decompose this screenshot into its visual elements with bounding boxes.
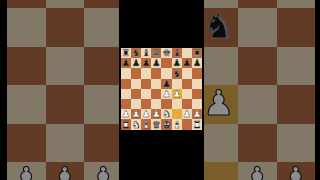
backdrop-square-a3 [7, 124, 46, 163]
square-a1[interactable]: ♜ [121, 119, 131, 129]
white-pawn-icon: ♟ [162, 89, 171, 99]
chess-board: ♜♞♝♛♚♝♜♟♟♟♟♟♟♟♞♟♟♟♟♟♟♟♞♟♟♜♞♝♛♚♝♜ [121, 48, 203, 130]
black-rook-icon: ♜ [193, 48, 202, 58]
square-h6[interactable] [192, 68, 202, 78]
square-c1[interactable]: ♝ [141, 119, 151, 129]
black-knight-icon: ♞ [172, 68, 181, 78]
square-h4[interactable] [192, 89, 202, 99]
square-c5[interactable] [141, 79, 151, 89]
white-pawn-icon: ♟ [193, 109, 202, 119]
backdrop-white-pawn-icon: ♟ [49, 163, 80, 180]
white-king-icon: ♚ [162, 119, 171, 129]
square-b4[interactable] [131, 89, 141, 99]
backdrop-square-b5 [46, 47, 85, 86]
backdrop-square-a4 [7, 85, 46, 124]
square-d5[interactable] [151, 79, 161, 89]
backdrop-black-knight-icon: ♞ [203, 9, 234, 44]
backdrop-black-pawn-icon: ♟ [280, 0, 311, 6]
square-c4[interactable] [141, 89, 151, 99]
square-c6[interactable] [141, 68, 151, 78]
square-b1[interactable]: ♞ [131, 119, 141, 129]
backdrop-square-a7: ♟ [7, 0, 46, 8]
black-pawn-icon: ♟ [183, 58, 192, 68]
square-f6[interactable]: ♞ [172, 68, 182, 78]
backdrop-square-g4 [238, 85, 277, 124]
backdrop-square-g2: ♟ [238, 162, 277, 180]
square-g6[interactable] [182, 68, 192, 78]
square-a5[interactable] [121, 79, 131, 89]
backdrop-black-pawn-icon: ♟ [88, 0, 119, 6]
backdrop-square-a5 [7, 47, 46, 86]
backdrop-black-pawn-icon: ♟ [49, 0, 80, 6]
black-knight-icon: ♞ [132, 48, 141, 58]
square-h5[interactable] [192, 79, 202, 89]
backdrop-square-a2: ♟ [7, 162, 46, 180]
black-bishop-icon: ♝ [172, 48, 181, 58]
backdrop-square-g6 [238, 8, 277, 47]
backdrop-square-c7: ♟ [84, 0, 123, 8]
white-pawn-icon: ♟ [183, 109, 192, 119]
backdrop-square-h2: ♟ [277, 162, 316, 180]
backdrop-square-g5 [238, 47, 277, 86]
backdrop-square-f2 [200, 162, 239, 180]
backdrop-black-pawn-icon: ♟ [242, 0, 273, 6]
square-g7[interactable]: ♟ [182, 58, 192, 68]
backdrop-square-f3 [200, 124, 239, 163]
square-e1[interactable]: ♚ [161, 119, 171, 129]
black-pawn-icon: ♟ [121, 58, 130, 68]
white-pawn-icon: ♟ [132, 109, 141, 119]
backdrop-square-b6 [46, 8, 85, 47]
black-pawn-icon: ♟ [132, 58, 141, 68]
white-bishop-icon: ♝ [142, 119, 151, 129]
backdrop-square-h5 [277, 47, 316, 86]
backdrop-square-b2: ♟ [46, 162, 85, 180]
backdrop-square-f5 [200, 47, 239, 86]
white-pawn-icon: ♟ [152, 109, 161, 119]
square-a4[interactable] [121, 89, 131, 99]
backdrop-black-pawn-icon: ♟ [11, 0, 42, 6]
black-rook-icon: ♜ [121, 48, 130, 58]
backdrop-square-f6: ♞ [200, 8, 239, 47]
backdrop-square-b4 [46, 85, 85, 124]
square-d6[interactable] [151, 68, 161, 78]
square-b6[interactable] [131, 68, 141, 78]
square-e7[interactable] [161, 58, 171, 68]
white-pawn-icon: ♟ [142, 109, 151, 119]
square-g1[interactable] [182, 119, 192, 129]
black-pawn-icon: ♟ [162, 79, 171, 89]
square-g5[interactable] [182, 79, 192, 89]
black-queen-icon: ♛ [152, 48, 161, 58]
square-a7[interactable]: ♟ [121, 58, 131, 68]
backdrop-square-h4 [277, 85, 316, 124]
black-pawn-icon: ♟ [193, 58, 202, 68]
backdrop-square-h3 [277, 124, 316, 163]
backdrop-white-pawn-icon: ♟ [280, 163, 311, 180]
square-b5[interactable] [131, 79, 141, 89]
backdrop-white-pawn-icon: ♟ [203, 86, 234, 121]
white-knight-icon: ♞ [132, 119, 141, 129]
backdrop-white-pawn-icon: ♟ [88, 163, 119, 180]
backdrop-square-g3 [238, 124, 277, 163]
square-e4[interactable]: ♟ [161, 89, 171, 99]
square-b7[interactable]: ♟ [131, 58, 141, 68]
backdrop-white-pawn-icon: ♟ [11, 163, 42, 180]
backdrop-square-b3 [46, 124, 85, 163]
white-bishop-icon: ♝ [172, 119, 181, 129]
square-f3[interactable] [172, 99, 182, 109]
square-f4[interactable]: ♟ [172, 89, 182, 99]
backdrop-square-h7: ♟ [277, 0, 316, 8]
backdrop-square-b7: ♟ [46, 0, 85, 8]
square-h1[interactable]: ♜ [192, 119, 202, 129]
square-d1[interactable]: ♛ [151, 119, 161, 129]
backdrop-white-pawn-icon: ♟ [242, 163, 273, 180]
black-pawn-icon: ♟ [142, 58, 151, 68]
black-bishop-icon: ♝ [142, 48, 151, 58]
backdrop-square-c3 [84, 124, 123, 163]
black-king-icon: ♚ [162, 48, 171, 58]
black-pawn-icon: ♟ [172, 58, 181, 68]
backdrop-square-c4 [84, 85, 123, 124]
backdrop-black-pawn-icon: ♟ [203, 0, 234, 6]
backdrop-square-g7: ♟ [238, 0, 277, 8]
square-g2[interactable]: ♟ [182, 109, 192, 119]
backdrop-square-a6 [7, 8, 46, 47]
square-a6[interactable] [121, 68, 131, 78]
white-queen-icon: ♛ [152, 119, 161, 129]
backdrop-square-h6 [277, 8, 316, 47]
backdrop-square-c2: ♟ [84, 162, 123, 180]
white-knight-icon: ♞ [162, 109, 171, 119]
backdrop-square-c5 [84, 47, 123, 86]
square-f1[interactable]: ♝ [172, 119, 182, 129]
black-pawn-icon: ♟ [152, 58, 161, 68]
video-frame: ♜♞♝♛♚♝♜♟♟♟♟♟♟♟♞♟♟♟♟♟♟♟♞♟♟♜♞♝♛♚♝♜ ♜♞♝♛♚♝♜… [0, 0, 320, 180]
square-g4[interactable] [182, 89, 192, 99]
white-pawn-icon: ♟ [121, 109, 130, 119]
white-pawn-icon: ♟ [172, 89, 181, 99]
square-d4[interactable] [151, 89, 161, 99]
white-rook-icon: ♜ [121, 119, 130, 129]
square-e8[interactable]: ♚ [161, 48, 171, 58]
square-c7[interactable]: ♟ [141, 58, 151, 68]
backdrop-square-f4: ♟ [200, 85, 239, 124]
square-d7[interactable]: ♟ [151, 58, 161, 68]
backdrop-square-c6 [84, 8, 123, 47]
white-rook-icon: ♜ [193, 119, 202, 129]
square-h7[interactable]: ♟ [192, 58, 202, 68]
